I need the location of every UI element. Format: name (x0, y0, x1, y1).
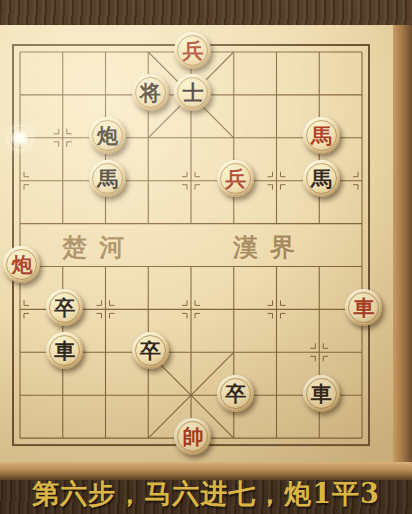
board-point: 馬 (298, 159, 341, 202)
piece-black-soldier[interactable]: 卒 (46, 289, 83, 326)
xiangqi-app-screen: 楚河 漢界 兵将士炮馬馬兵馬炮卒車車卒卒車帥 第六步，马六进七，炮1平3 (0, 0, 412, 514)
board-point: 将 (127, 73, 170, 116)
piece-black-horse[interactable]: 馬 (303, 160, 340, 197)
board-point: 兵 (212, 159, 255, 202)
board-point: 車 (298, 374, 341, 417)
piece-black-soldier[interactable]: 卒 (217, 375, 254, 412)
piece-glyph: 車 (311, 383, 332, 404)
piece-red-horse[interactable]: 馬 (303, 117, 340, 154)
board-point: 炮 (0, 245, 41, 288)
board-edge-right (393, 25, 412, 462)
piece-black-general[interactable]: 将 (132, 74, 169, 111)
piece-glyph: 卒 (225, 383, 246, 404)
piece-glyph: 兵 (225, 168, 246, 189)
piece-red-soldier[interactable]: 兵 (217, 160, 254, 197)
piece-glyph: 士 (182, 82, 203, 103)
piece-glyph: 炮 (11, 254, 32, 275)
piece-glyph: 帥 (182, 426, 203, 447)
piece-black-cannon[interactable]: 炮 (89, 117, 126, 154)
board-point: 卒 (212, 374, 255, 417)
pieces-layer: 兵将士炮馬馬兵馬炮卒車車卒卒車帥 (0, 31, 383, 460)
piece-black-advisor[interactable]: 士 (174, 74, 211, 111)
piece-glyph: 炮 (97, 125, 118, 146)
piece-red-soldier[interactable]: 兵 (174, 32, 211, 69)
board-point: 卒 (41, 288, 84, 331)
board-point: 士 (170, 73, 213, 116)
piece-glyph: 車 (54, 340, 75, 361)
xiangqi-board[interactable]: 楚河 漢界 兵将士炮馬馬兵馬炮卒車車卒卒車帥 (0, 25, 393, 462)
board-point: 車 (341, 288, 384, 331)
piece-red-cannon[interactable]: 炮 (3, 246, 40, 283)
piece-black-horse[interactable]: 馬 (89, 160, 126, 197)
piece-glyph: 馬 (97, 168, 118, 189)
piece-glyph: 卒 (54, 297, 75, 318)
board-point: 帥 (170, 417, 213, 460)
board-point: 炮 (84, 116, 127, 159)
piece-glyph: 馬 (311, 125, 332, 146)
board-point: 車 (41, 331, 84, 374)
piece-red-chariot[interactable]: 車 (345, 289, 382, 326)
board-point: 卒 (127, 331, 170, 374)
piece-black-chariot[interactable]: 車 (303, 375, 340, 412)
piece-black-soldier[interactable]: 卒 (132, 332, 169, 369)
move-caption: 第六步，马六进七，炮1平3 (0, 474, 412, 514)
board-point: 馬 (84, 159, 127, 202)
piece-red-general[interactable]: 帥 (174, 418, 211, 455)
piece-glyph: 卒 (140, 340, 161, 361)
board-point: 馬 (298, 116, 341, 159)
piece-glyph: 車 (353, 297, 374, 318)
board-point: 兵 (170, 31, 213, 74)
piece-glyph: 将 (140, 82, 161, 103)
piece-glyph: 兵 (182, 40, 203, 61)
piece-glyph: 馬 (311, 168, 332, 189)
piece-black-chariot[interactable]: 車 (46, 332, 83, 369)
